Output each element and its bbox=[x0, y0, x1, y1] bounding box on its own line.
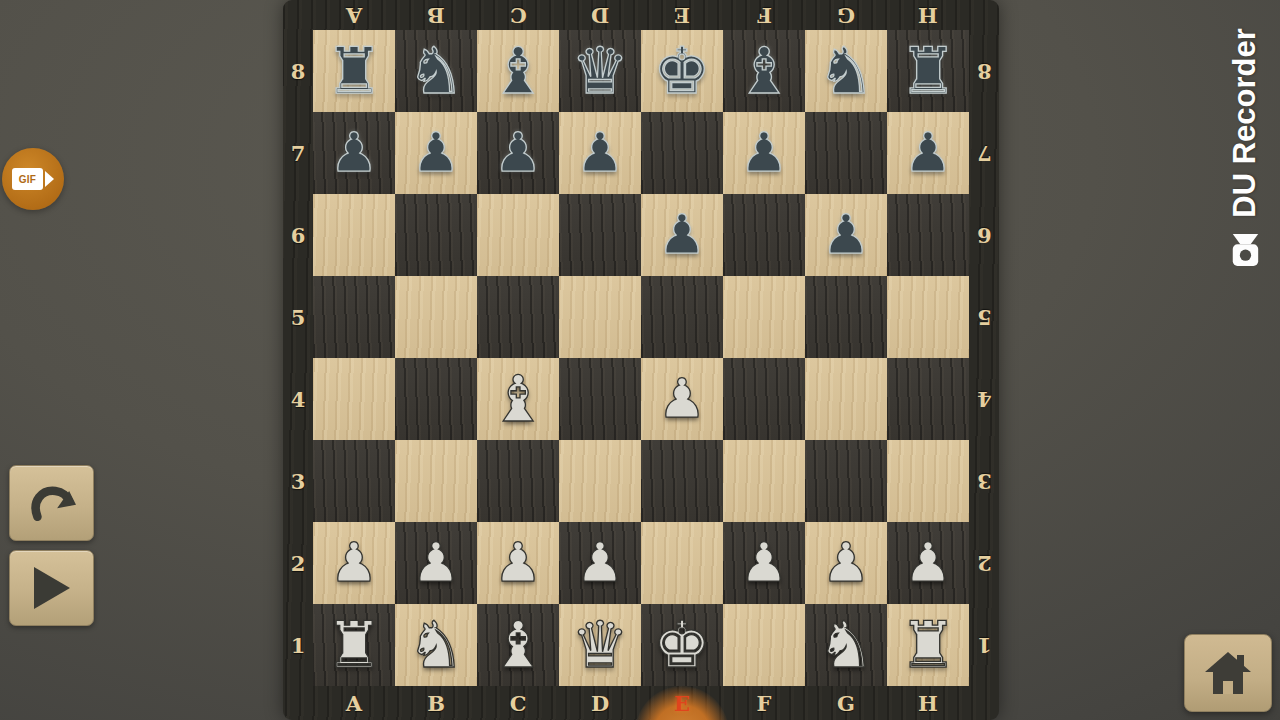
white-king-e1[interactable]: ♚ bbox=[641, 604, 723, 686]
black-pawn-a7[interactable]: ♟ bbox=[313, 112, 395, 194]
camcorder-lens-icon bbox=[45, 171, 54, 187]
file-labels-top: ABCDEFGH bbox=[313, 0, 969, 30]
file-bottom-label-f: F bbox=[723, 686, 805, 720]
square-e3[interactable] bbox=[641, 440, 723, 522]
rank-left-label-1: 1 bbox=[283, 604, 313, 686]
file-top-label-a: A bbox=[313, 0, 395, 30]
square-c3[interactable] bbox=[477, 440, 559, 522]
file-bottom-label-c: C bbox=[477, 686, 559, 720]
file-bottom-label-h: H bbox=[887, 686, 969, 720]
rank-right-label-3: 3 bbox=[969, 440, 999, 522]
square-d6[interactable] bbox=[559, 194, 641, 276]
play-button[interactable] bbox=[9, 550, 94, 626]
black-pawn-g6[interactable]: ♟ bbox=[805, 194, 887, 276]
board-squares: ♜♞♝♛♚♝♞♜♟♟♟♟♟♟♟♟♝♟♟♟♟♟♟♟♟♜♞♝♛♚♞♜ bbox=[313, 30, 969, 686]
square-c6[interactable] bbox=[477, 194, 559, 276]
redo-arrow-icon bbox=[24, 479, 80, 527]
black-knight-g8[interactable]: ♞ bbox=[805, 30, 887, 112]
square-d5[interactable] bbox=[559, 276, 641, 358]
square-g6[interactable]: ♟ bbox=[805, 194, 887, 276]
file-top-label-h: H bbox=[887, 0, 969, 30]
white-rook-a1[interactable]: ♜ bbox=[313, 604, 395, 686]
square-h7[interactable]: ♟ bbox=[887, 112, 969, 194]
square-f5[interactable] bbox=[723, 276, 805, 358]
rank-right-label-1: 1 bbox=[969, 604, 999, 686]
rank-left-label-7: 7 bbox=[283, 112, 313, 194]
square-b3[interactable] bbox=[395, 440, 477, 522]
black-pawn-e6[interactable]: ♟ bbox=[641, 194, 723, 276]
square-g5[interactable] bbox=[805, 276, 887, 358]
square-a8[interactable]: ♜ bbox=[313, 30, 395, 112]
white-pawn-g2[interactable]: ♟ bbox=[805, 522, 887, 604]
square-d7[interactable]: ♟ bbox=[559, 112, 641, 194]
black-queen-d8[interactable]: ♛ bbox=[559, 30, 641, 112]
square-a7[interactable]: ♟ bbox=[313, 112, 395, 194]
white-pawn-a2[interactable]: ♟ bbox=[313, 522, 395, 604]
white-pawn-h2[interactable]: ♟ bbox=[887, 522, 969, 604]
rank-right-label-8: 8 bbox=[969, 30, 999, 112]
gif-label: GIF bbox=[12, 168, 43, 190]
white-knight-g1[interactable]: ♞ bbox=[805, 604, 887, 686]
file-labels-bottom: ABCDEFGH bbox=[313, 686, 969, 720]
square-g8[interactable]: ♞ bbox=[805, 30, 887, 112]
redo-move-button[interactable] bbox=[9, 465, 94, 541]
square-b1[interactable]: ♞ bbox=[395, 604, 477, 686]
black-pawn-b7[interactable]: ♟ bbox=[395, 112, 477, 194]
app-screen: ABCDEFGH 87654321 87654321 ABCDEFGH ♜♞♝♛… bbox=[0, 0, 1280, 720]
white-rook-h1[interactable]: ♜ bbox=[887, 604, 969, 686]
black-king-e8[interactable]: ♚ bbox=[641, 30, 723, 112]
file-top-label-c: C bbox=[477, 0, 559, 30]
rank-left-label-5: 5 bbox=[283, 276, 313, 358]
white-queen-d1[interactable]: ♛ bbox=[559, 604, 641, 686]
rank-labels-left: 87654321 bbox=[283, 30, 313, 686]
rank-left-label-6: 6 bbox=[283, 194, 313, 276]
home-icon bbox=[1204, 650, 1252, 696]
square-g2[interactable]: ♟ bbox=[805, 522, 887, 604]
square-c8[interactable]: ♝ bbox=[477, 30, 559, 112]
square-b7[interactable]: ♟ bbox=[395, 112, 477, 194]
square-b4[interactable] bbox=[395, 358, 477, 440]
black-bishop-f8[interactable]: ♝ bbox=[723, 30, 805, 112]
black-rook-a8[interactable]: ♜ bbox=[313, 30, 395, 112]
square-a3[interactable] bbox=[313, 440, 395, 522]
square-h2[interactable]: ♟ bbox=[887, 522, 969, 604]
square-a5[interactable] bbox=[313, 276, 395, 358]
square-a2[interactable]: ♟ bbox=[313, 522, 395, 604]
file-top-label-d: D bbox=[559, 0, 641, 30]
file-top-label-f: F bbox=[723, 0, 805, 30]
rank-left-label-4: 4 bbox=[283, 358, 313, 440]
video-camera-icon bbox=[1229, 232, 1261, 268]
home-button[interactable] bbox=[1184, 634, 1272, 712]
square-g7[interactable] bbox=[805, 112, 887, 194]
square-f3[interactable] bbox=[723, 440, 805, 522]
file-bottom-label-g: G bbox=[805, 686, 887, 720]
file-bottom-label-b: B bbox=[395, 686, 477, 720]
white-bishop-c4[interactable]: ♝ bbox=[477, 358, 559, 440]
square-h5[interactable] bbox=[887, 276, 969, 358]
square-b5[interactable] bbox=[395, 276, 477, 358]
square-a6[interactable] bbox=[313, 194, 395, 276]
rank-right-label-5: 5 bbox=[969, 276, 999, 358]
square-h1[interactable]: ♜ bbox=[887, 604, 969, 686]
square-f8[interactable]: ♝ bbox=[723, 30, 805, 112]
square-g1[interactable]: ♞ bbox=[805, 604, 887, 686]
white-pawn-c2[interactable]: ♟ bbox=[477, 522, 559, 604]
camcorder-gif-icon: GIF bbox=[12, 168, 54, 190]
file-bottom-label-e: E bbox=[641, 686, 723, 720]
square-d4[interactable] bbox=[559, 358, 641, 440]
square-f6[interactable] bbox=[723, 194, 805, 276]
square-d2[interactable]: ♟ bbox=[559, 522, 641, 604]
rank-left-label-8: 8 bbox=[283, 30, 313, 112]
black-pawn-c7[interactable]: ♟ bbox=[477, 112, 559, 194]
black-knight-b8[interactable]: ♞ bbox=[395, 30, 477, 112]
file-bottom-label-a: A bbox=[313, 686, 395, 720]
du-recorder-watermark[interactable]: DU Recorder bbox=[1217, 3, 1273, 293]
square-c5[interactable] bbox=[477, 276, 559, 358]
square-e1[interactable]: ♚ bbox=[641, 604, 723, 686]
square-b2[interactable]: ♟ bbox=[395, 522, 477, 604]
square-g4[interactable] bbox=[805, 358, 887, 440]
square-f4[interactable] bbox=[723, 358, 805, 440]
square-e2[interactable] bbox=[641, 522, 723, 604]
square-h8[interactable]: ♜ bbox=[887, 30, 969, 112]
rank-right-label-7: 7 bbox=[969, 112, 999, 194]
file-top-label-g: G bbox=[805, 0, 887, 30]
black-pawn-h7[interactable]: ♟ bbox=[887, 112, 969, 194]
square-e7[interactable] bbox=[641, 112, 723, 194]
square-g3[interactable] bbox=[805, 440, 887, 522]
rank-left-label-2: 2 bbox=[283, 522, 313, 604]
black-bishop-c8[interactable]: ♝ bbox=[477, 30, 559, 112]
square-h4[interactable] bbox=[887, 358, 969, 440]
file-top-label-b: B bbox=[395, 0, 477, 30]
square-h6[interactable] bbox=[887, 194, 969, 276]
square-d8[interactable]: ♛ bbox=[559, 30, 641, 112]
gif-record-button[interactable]: GIF bbox=[2, 148, 64, 210]
file-bottom-label-d: D bbox=[559, 686, 641, 720]
square-f2[interactable]: ♟ bbox=[723, 522, 805, 604]
square-f7[interactable]: ♟ bbox=[723, 112, 805, 194]
white-pawn-f2[interactable]: ♟ bbox=[723, 522, 805, 604]
black-pawn-d7[interactable]: ♟ bbox=[559, 112, 641, 194]
rank-right-label-2: 2 bbox=[969, 522, 999, 604]
square-e6[interactable]: ♟ bbox=[641, 194, 723, 276]
white-pawn-b2[interactable]: ♟ bbox=[395, 522, 477, 604]
file-top-label-e: E bbox=[641, 0, 723, 30]
square-f1[interactable] bbox=[723, 604, 805, 686]
white-knight-b1[interactable]: ♞ bbox=[395, 604, 477, 686]
square-c7[interactable]: ♟ bbox=[477, 112, 559, 194]
du-recorder-label: DU Recorder bbox=[1227, 28, 1263, 218]
square-c2[interactable]: ♟ bbox=[477, 522, 559, 604]
square-d3[interactable] bbox=[559, 440, 641, 522]
square-e8[interactable]: ♚ bbox=[641, 30, 723, 112]
chess-board: ABCDEFGH 87654321 87654321 ABCDEFGH ♜♞♝♛… bbox=[283, 0, 999, 720]
square-a1[interactable]: ♜ bbox=[313, 604, 395, 686]
square-e4[interactable]: ♟ bbox=[641, 358, 723, 440]
white-pawn-e4[interactable]: ♟ bbox=[641, 358, 723, 440]
rank-right-label-4: 4 bbox=[969, 358, 999, 440]
square-b8[interactable]: ♞ bbox=[395, 30, 477, 112]
black-rook-h8[interactable]: ♜ bbox=[887, 30, 969, 112]
black-pawn-f7[interactable]: ♟ bbox=[723, 112, 805, 194]
square-a4[interactable] bbox=[313, 358, 395, 440]
white-pawn-d2[interactable]: ♟ bbox=[559, 522, 641, 604]
rank-labels-right: 87654321 bbox=[969, 30, 999, 686]
square-c4[interactable]: ♝ bbox=[477, 358, 559, 440]
square-e5[interactable] bbox=[641, 276, 723, 358]
square-h3[interactable] bbox=[887, 440, 969, 522]
square-c1[interactable]: ♝ bbox=[477, 604, 559, 686]
play-triangle-icon bbox=[32, 565, 72, 611]
white-bishop-c1[interactable]: ♝ bbox=[477, 604, 559, 686]
square-d1[interactable]: ♛ bbox=[559, 604, 641, 686]
rank-right-label-6: 6 bbox=[969, 194, 999, 276]
square-b6[interactable] bbox=[395, 194, 477, 276]
rank-left-label-3: 3 bbox=[283, 440, 313, 522]
